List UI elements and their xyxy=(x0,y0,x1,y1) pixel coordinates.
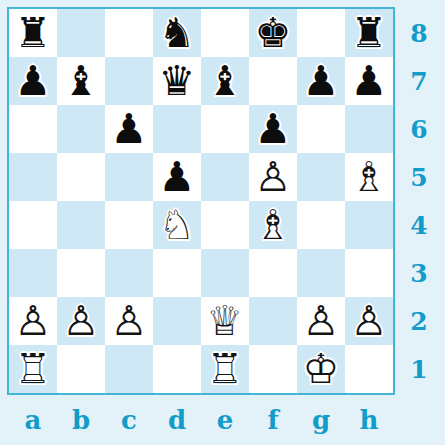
square-h8[interactable]: ♜ xyxy=(345,9,393,57)
piece-white-bishop: ♗ xyxy=(249,201,297,249)
square-e7[interactable]: ♝ xyxy=(201,57,249,105)
square-h5[interactable]: ♝♗ xyxy=(345,153,393,201)
square-b8[interactable] xyxy=(57,9,105,57)
piece-black-bishop: ♝ xyxy=(201,57,249,105)
rank-label-4: 4 xyxy=(397,201,441,249)
file-label-f: f xyxy=(249,398,297,442)
file-label-g: g xyxy=(297,398,345,442)
square-e8[interactable] xyxy=(201,9,249,57)
square-h1[interactable] xyxy=(345,345,393,393)
file-label-e: e xyxy=(201,398,249,442)
piece-black-bishop: ♝ xyxy=(57,57,105,105)
square-g4[interactable] xyxy=(297,201,345,249)
square-h4[interactable] xyxy=(345,201,393,249)
square-f4[interactable]: ♝♗ xyxy=(249,201,297,249)
square-c7[interactable] xyxy=(105,57,153,105)
file-label-a: a xyxy=(9,398,57,442)
piece-white-queen: ♕ xyxy=(201,297,249,345)
piece-black-rook: ♜ xyxy=(9,9,57,57)
rank-label-7: 7 xyxy=(397,57,441,105)
square-b1[interactable] xyxy=(57,345,105,393)
square-b6[interactable] xyxy=(57,105,105,153)
rank-label-8: 8 xyxy=(397,9,441,57)
square-e3[interactable] xyxy=(201,249,249,297)
white-queen-fill: ♛ xyxy=(201,297,249,345)
square-f3[interactable] xyxy=(249,249,297,297)
white-pawn-fill: ♟ xyxy=(105,297,153,345)
square-g3[interactable] xyxy=(297,249,345,297)
piece-black-queen: ♛ xyxy=(153,57,201,105)
square-f5[interactable]: ♟♙ xyxy=(249,153,297,201)
rank-label-1: 1 xyxy=(397,345,441,393)
square-d4[interactable]: ♞♘ xyxy=(153,201,201,249)
white-king-fill: ♚ xyxy=(297,345,345,393)
square-f2[interactable] xyxy=(249,297,297,345)
white-knight-fill: ♞ xyxy=(153,201,201,249)
rank-label-6: 6 xyxy=(397,105,441,153)
rank-label-2: 2 xyxy=(397,297,441,345)
square-g2[interactable]: ♟♙ xyxy=(297,297,345,345)
piece-black-pawn: ♟ xyxy=(153,153,201,201)
piece-white-pawn: ♙ xyxy=(249,153,297,201)
file-label-h: h xyxy=(345,398,393,442)
white-bishop-fill: ♝ xyxy=(249,201,297,249)
white-pawn-fill: ♟ xyxy=(9,297,57,345)
piece-black-pawn: ♟ xyxy=(297,57,345,105)
square-b4[interactable] xyxy=(57,201,105,249)
square-b7[interactable]: ♝ xyxy=(57,57,105,105)
square-c1[interactable] xyxy=(105,345,153,393)
white-pawn-fill: ♟ xyxy=(297,297,345,345)
white-pawn-fill: ♟ xyxy=(57,297,105,345)
piece-white-pawn: ♙ xyxy=(57,297,105,345)
square-a6[interactable] xyxy=(9,105,57,153)
square-d8[interactable]: ♞ xyxy=(153,9,201,57)
file-label-d: d xyxy=(153,398,201,442)
square-c5[interactable] xyxy=(105,153,153,201)
square-b3[interactable] xyxy=(57,249,105,297)
white-pawn-fill: ♟ xyxy=(249,153,297,201)
piece-white-bishop: ♗ xyxy=(345,153,393,201)
rank-label-5: 5 xyxy=(397,153,441,201)
square-a8[interactable]: ♜ xyxy=(9,9,57,57)
white-pawn-fill: ♟ xyxy=(345,297,393,345)
square-g7[interactable]: ♟ xyxy=(297,57,345,105)
square-h3[interactable] xyxy=(345,249,393,297)
square-h6[interactable] xyxy=(345,105,393,153)
piece-black-pawn: ♟ xyxy=(105,105,153,153)
square-d1[interactable] xyxy=(153,345,201,393)
piece-black-rook: ♜ xyxy=(345,9,393,57)
square-a5[interactable] xyxy=(9,153,57,201)
piece-white-rook: ♖ xyxy=(201,345,249,393)
piece-white-king: ♔ xyxy=(297,345,345,393)
square-e1[interactable]: ♜♖ xyxy=(201,345,249,393)
piece-white-rook: ♖ xyxy=(9,345,57,393)
white-rook-fill: ♜ xyxy=(9,345,57,393)
piece-black-pawn: ♟ xyxy=(345,57,393,105)
piece-black-pawn: ♟ xyxy=(249,105,297,153)
square-g1[interactable]: ♚♔ xyxy=(297,345,345,393)
square-c6[interactable]: ♟ xyxy=(105,105,153,153)
square-b5[interactable] xyxy=(57,153,105,201)
piece-white-pawn: ♙ xyxy=(297,297,345,345)
square-c8[interactable] xyxy=(105,9,153,57)
square-f6[interactable]: ♟ xyxy=(249,105,297,153)
square-b2[interactable]: ♟♙ xyxy=(57,297,105,345)
square-d2[interactable] xyxy=(153,297,201,345)
square-f8[interactable]: ♚ xyxy=(249,9,297,57)
square-a1[interactable]: ♜♖ xyxy=(9,345,57,393)
piece-white-pawn: ♙ xyxy=(105,297,153,345)
file-label-b: b xyxy=(57,398,105,442)
square-a2[interactable]: ♟♙ xyxy=(9,297,57,345)
square-e6[interactable] xyxy=(201,105,249,153)
white-rook-fill: ♜ xyxy=(201,345,249,393)
piece-black-pawn: ♟ xyxy=(9,57,57,105)
square-d3[interactable] xyxy=(153,249,201,297)
piece-black-king: ♚ xyxy=(249,9,297,57)
file-label-c: c xyxy=(105,398,153,442)
square-g6[interactable] xyxy=(297,105,345,153)
square-f1[interactable] xyxy=(249,345,297,393)
square-e2[interactable]: ♛♕ xyxy=(201,297,249,345)
square-c4[interactable] xyxy=(105,201,153,249)
piece-white-pawn: ♙ xyxy=(9,297,57,345)
piece-white-pawn: ♙ xyxy=(345,297,393,345)
square-a3[interactable] xyxy=(9,249,57,297)
piece-white-knight: ♘ xyxy=(153,201,201,249)
square-g5[interactable] xyxy=(297,153,345,201)
square-d7[interactable]: ♛ xyxy=(153,57,201,105)
square-g8[interactable] xyxy=(297,9,345,57)
square-f7[interactable] xyxy=(249,57,297,105)
square-d6[interactable] xyxy=(153,105,201,153)
square-h7[interactable]: ♟ xyxy=(345,57,393,105)
white-bishop-fill: ♝ xyxy=(345,153,393,201)
rank-label-3: 3 xyxy=(397,249,441,297)
square-c2[interactable]: ♟♙ xyxy=(105,297,153,345)
square-c3[interactable] xyxy=(105,249,153,297)
square-e4[interactable] xyxy=(201,201,249,249)
chess-diagram: ♜♞♚♜♟♝♛♝♟♟♟♟♟♟♙♝♗♞♘♝♗♟♙♟♙♟♙♛♕♟♙♟♙♜♖♜♖♚♔ … xyxy=(0,0,445,445)
square-a7[interactable]: ♟ xyxy=(9,57,57,105)
square-a4[interactable] xyxy=(9,201,57,249)
square-h2[interactable]: ♟♙ xyxy=(345,297,393,345)
chess-board: ♜♞♚♜♟♝♛♝♟♟♟♟♟♟♙♝♗♞♘♝♗♟♙♟♙♟♙♛♕♟♙♟♙♜♖♜♖♚♔ xyxy=(7,7,395,395)
piece-black-knight: ♞ xyxy=(153,9,201,57)
square-d5[interactable]: ♟ xyxy=(153,153,201,201)
square-e5[interactable] xyxy=(201,153,249,201)
